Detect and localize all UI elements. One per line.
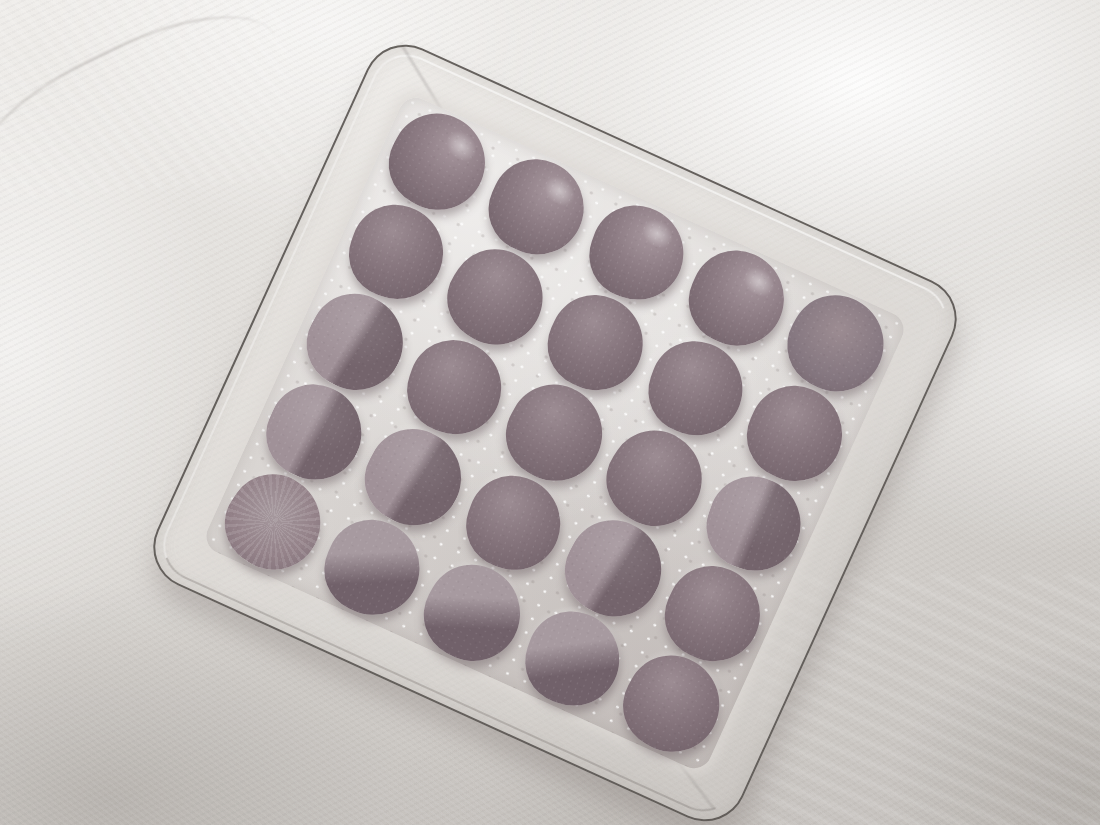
photo-scene — [0, 0, 1100, 825]
